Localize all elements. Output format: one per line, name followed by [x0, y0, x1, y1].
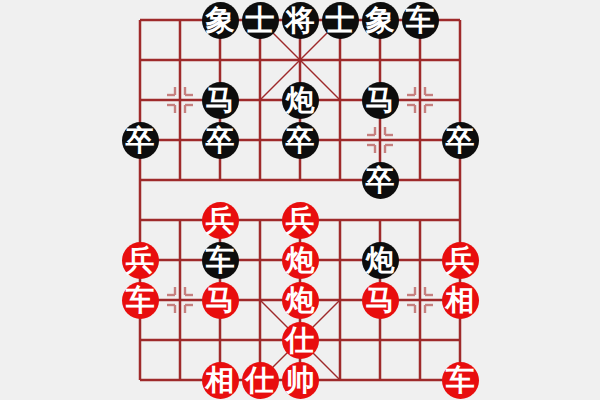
piece-red-advisor[interactable]: 仕	[242, 362, 279, 399]
piece-red-soldier[interactable]: 兵	[202, 202, 239, 239]
piece-black-soldier[interactable]: 卒	[282, 122, 319, 159]
piece-black-cannon[interactable]: 炮	[282, 82, 319, 119]
piece-red-soldier[interactable]: 兵	[442, 242, 479, 279]
piece-black-horse[interactable]: 马	[202, 82, 239, 119]
piece-red-chariot[interactable]: 车	[122, 282, 159, 319]
piece-black-chariot[interactable]: 车	[202, 242, 239, 279]
piece-black-elephant[interactable]: 象	[362, 2, 399, 39]
piece-red-general[interactable]: 帅	[282, 362, 319, 399]
piece-red-elephant[interactable]: 相	[442, 282, 479, 319]
piece-black-chariot[interactable]: 车	[402, 2, 439, 39]
piece-red-cannon[interactable]: 炮	[282, 242, 319, 279]
piece-black-soldier[interactable]: 卒	[362, 162, 399, 199]
piece-red-horse[interactable]: 马	[362, 282, 399, 319]
piece-black-soldier[interactable]: 卒	[202, 122, 239, 159]
piece-black-horse[interactable]: 马	[362, 82, 399, 119]
piece-red-chariot[interactable]: 车	[442, 362, 479, 399]
piece-red-soldier[interactable]: 兵	[282, 202, 319, 239]
piece-black-advisor[interactable]: 士	[242, 2, 279, 39]
piece-black-advisor[interactable]: 士	[322, 2, 359, 39]
piece-black-soldier[interactable]: 卒	[442, 122, 479, 159]
piece-red-soldier[interactable]: 兵	[122, 242, 159, 279]
xiangqi-board: 象士将士象车马炮马卒卒卒卒卒兵兵兵车炮炮兵车马炮马相仕相仕帅车	[0, 0, 600, 400]
piece-red-elephant[interactable]: 相	[202, 362, 239, 399]
piece-black-soldier[interactable]: 卒	[122, 122, 159, 159]
piece-red-advisor[interactable]: 仕	[282, 322, 319, 359]
piece-red-horse[interactable]: 马	[202, 282, 239, 319]
piece-red-cannon[interactable]: 炮	[282, 282, 319, 319]
piece-black-elephant[interactable]: 象	[202, 2, 239, 39]
piece-black-cannon[interactable]: 炮	[362, 242, 399, 279]
piece-black-general[interactable]: 将	[282, 2, 319, 39]
